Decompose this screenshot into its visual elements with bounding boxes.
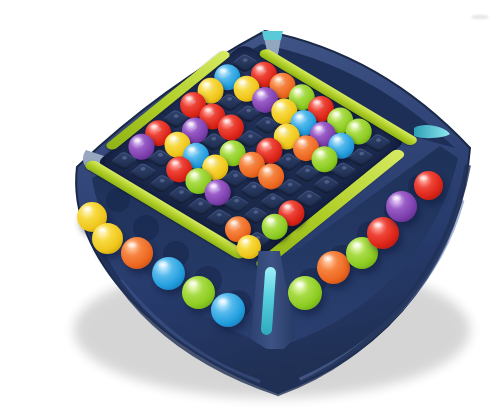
tray-ball-blue	[152, 257, 185, 290]
divider-teal-bar	[261, 267, 277, 336]
tray-ball-blue	[211, 293, 245, 327]
tray-ball-purple	[386, 191, 417, 222]
product-photo-rainbow-ball-game	[0, 0, 500, 409]
tray-ball-orange	[317, 251, 350, 284]
tray-ball-red	[367, 217, 399, 249]
top-corner-clip-teal	[262, 31, 283, 40]
tray-ball-yellow	[237, 235, 261, 259]
tray-ball-green	[288, 276, 322, 310]
tray-ball-green	[182, 276, 215, 309]
tray-ball-red	[414, 171, 443, 200]
photo-smudge	[472, 15, 488, 19]
tray-ball-orange	[121, 237, 153, 269]
tray-ball-yellow	[92, 223, 123, 254]
